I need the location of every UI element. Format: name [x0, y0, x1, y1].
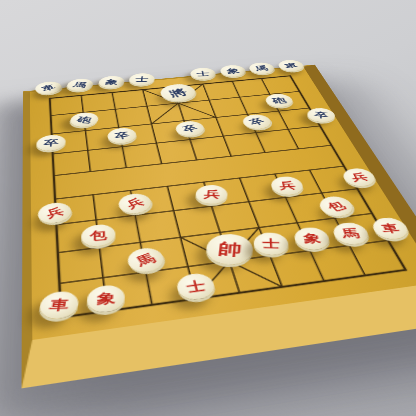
piece-black-soldier[interactable]: 卒: [238, 112, 276, 131]
piece-character: 兵: [278, 180, 296, 190]
piece-character: 士: [196, 70, 210, 76]
piece-black-cannon[interactable]: 砲: [67, 111, 101, 127]
piece-character: 卒: [181, 123, 199, 132]
piece-red-chariot[interactable]: 車: [369, 216, 412, 240]
piece-black-elephant[interactable]: 象: [218, 64, 247, 77]
piece-red-advisor[interactable]: 士: [175, 271, 218, 301]
piece-character: 兵: [124, 196, 146, 209]
piece-character: 兵: [44, 206, 64, 219]
piece-red-cannon[interactable]: 包: [81, 223, 116, 247]
piece-red-general[interactable]: 帥: [204, 232, 253, 265]
piece-character: 士: [185, 278, 206, 293]
piece-character: 象: [302, 232, 321, 243]
piece-character: 砲: [76, 115, 93, 123]
piece-red-cannon[interactable]: 包: [314, 193, 359, 219]
piece-red-elephant[interactable]: 象: [86, 284, 125, 313]
piece-character: 馬: [133, 251, 157, 267]
piece-character: 車: [40, 83, 57, 92]
piece-red-soldier[interactable]: 兵: [195, 184, 228, 204]
pieces-layer: 車馬象士士象馬車將砲砲卒卒卒卒卒兵兵兵兵兵包包馬帥士象馬車象士車: [30, 66, 416, 339]
piece-black-horse[interactable]: 馬: [64, 78, 95, 92]
piece-red-horse[interactable]: 馬: [331, 222, 372, 245]
piece-character: 士: [135, 76, 148, 82]
piece-black-general[interactable]: 將: [156, 81, 200, 103]
piece-character: 象: [104, 78, 119, 84]
piece-character: 象: [225, 67, 239, 74]
piece-black-advisor[interactable]: 士: [189, 67, 216, 80]
piece-black-chariot[interactable]: 車: [275, 58, 306, 72]
piece-black-cannon[interactable]: 砲: [263, 92, 295, 107]
piece-red-horse[interactable]: 馬: [122, 244, 169, 276]
piece-red-advisor[interactable]: 士: [253, 232, 289, 255]
piece-red-chariot[interactable]: 車: [37, 291, 80, 319]
piece-black-horse[interactable]: 馬: [247, 61, 277, 75]
piece-character: 象: [96, 291, 115, 305]
piece-black-advisor[interactable]: 士: [129, 73, 156, 85]
piece-character: 包: [89, 229, 106, 241]
piece-black-elephant[interactable]: 象: [97, 75, 126, 88]
xiangqi-board: 車馬象士士象馬車將砲砲卒卒卒卒卒兵兵兵兵兵包包馬帥士象馬車象士車: [22, 64, 416, 388]
piece-character: 將: [167, 87, 189, 98]
piece-character: 兵: [349, 172, 369, 182]
piece-character: 卒: [314, 111, 328, 119]
piece-black-soldier[interactable]: 卒: [36, 134, 66, 152]
piece-character: 馬: [72, 81, 88, 88]
piece-red-soldier[interactable]: 兵: [113, 190, 156, 217]
piece-character: 砲: [271, 96, 287, 104]
photo-backdrop: 車馬象士士象馬車將砲砲卒卒卒卒卒兵兵兵兵兵包包馬帥士象馬車象士車: [0, 0, 416, 416]
piece-character: 卒: [44, 138, 59, 147]
piece-black-soldier[interactable]: 卒: [172, 119, 207, 138]
piece-red-soldier[interactable]: 兵: [269, 176, 304, 195]
piece-red-soldier[interactable]: 兵: [340, 167, 379, 187]
piece-character: 士: [262, 237, 280, 249]
piece-character: 車: [380, 222, 402, 234]
piece-character: 卒: [247, 117, 266, 127]
piece-character: 馬: [254, 64, 269, 71]
piece-black-soldier[interactable]: 卒: [307, 107, 335, 123]
piece-character: 帥: [217, 240, 242, 257]
piece-black-chariot[interactable]: 車: [32, 79, 66, 96]
piece-black-soldier[interactable]: 卒: [105, 126, 137, 144]
piece-red-soldier[interactable]: 兵: [34, 199, 75, 226]
piece-character: 車: [283, 62, 299, 69]
piece-red-elephant[interactable]: 象: [292, 227, 330, 249]
piece-character: 馬: [341, 227, 361, 239]
piece-character: 兵: [203, 189, 220, 199]
piece-character: 車: [48, 298, 69, 312]
piece-character: 包: [325, 199, 348, 212]
piece-character: 卒: [113, 131, 129, 140]
